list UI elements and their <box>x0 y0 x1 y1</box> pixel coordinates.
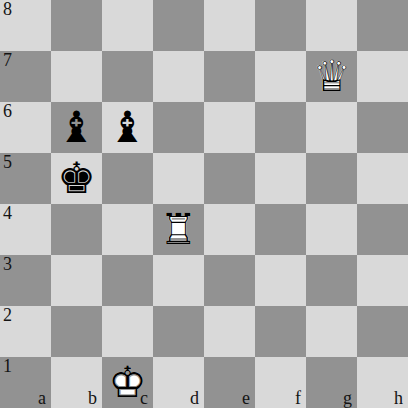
piece-white-king[interactable]: ♚♔ <box>102 357 153 408</box>
square-b5[interactable]: ♚ <box>51 153 102 204</box>
square-d6[interactable] <box>153 102 204 153</box>
square-g6[interactable] <box>306 102 357 153</box>
chess-board: 87♛♕6♝♝5♚4♜♖321ab♚♔cdefgh <box>0 0 408 408</box>
white-queen-outline-glyph: ♕ <box>306 51 357 102</box>
square-b4[interactable] <box>51 204 102 255</box>
piece-white-rook[interactable]: ♜♖ <box>153 204 204 255</box>
square-e2[interactable] <box>204 306 255 357</box>
square-g8[interactable] <box>306 0 357 51</box>
black-bishop-glyph: ♝ <box>51 102 102 153</box>
rank-label-2: 2 <box>3 306 12 326</box>
square-f4[interactable] <box>255 204 306 255</box>
square-d7[interactable] <box>153 51 204 102</box>
square-d8[interactable] <box>153 0 204 51</box>
square-g3[interactable] <box>306 255 357 306</box>
square-e8[interactable] <box>204 0 255 51</box>
square-g1[interactable]: g <box>306 357 357 408</box>
square-d1[interactable]: d <box>153 357 204 408</box>
square-c2[interactable] <box>102 306 153 357</box>
rank-label-3: 3 <box>3 255 12 275</box>
square-b1[interactable]: b <box>51 357 102 408</box>
piece-black-bishop[interactable]: ♝ <box>102 102 153 153</box>
piece-black-bishop[interactable]: ♝ <box>51 102 102 153</box>
square-e7[interactable] <box>204 51 255 102</box>
black-bishop-glyph: ♝ <box>102 102 153 153</box>
square-e1[interactable]: e <box>204 357 255 408</box>
square-c7[interactable] <box>102 51 153 102</box>
square-c8[interactable] <box>102 0 153 51</box>
square-g5[interactable] <box>306 153 357 204</box>
square-g7[interactable]: ♛♕ <box>306 51 357 102</box>
square-h4[interactable] <box>357 204 408 255</box>
square-a2[interactable]: 2 <box>0 306 51 357</box>
file-label-a: a <box>38 389 46 408</box>
square-a1[interactable]: 1a <box>0 357 51 408</box>
rank-label-4: 4 <box>3 204 12 224</box>
square-f1[interactable]: f <box>255 357 306 408</box>
square-f5[interactable] <box>255 153 306 204</box>
square-h1[interactable]: h <box>357 357 408 408</box>
file-label-f: f <box>295 389 301 408</box>
square-b8[interactable] <box>51 0 102 51</box>
square-h7[interactable] <box>357 51 408 102</box>
square-g2[interactable] <box>306 306 357 357</box>
square-h3[interactable] <box>357 255 408 306</box>
square-d5[interactable] <box>153 153 204 204</box>
square-a8[interactable]: 8 <box>0 0 51 51</box>
white-rook-outline-glyph: ♖ <box>153 204 204 255</box>
square-d4[interactable]: ♜♖ <box>153 204 204 255</box>
black-king-glyph: ♚ <box>51 153 102 204</box>
rank-label-7: 7 <box>3 51 12 71</box>
square-e6[interactable] <box>204 102 255 153</box>
white-king-outline-glyph: ♔ <box>102 357 153 408</box>
file-label-h: h <box>394 389 403 408</box>
square-c6[interactable]: ♝ <box>102 102 153 153</box>
square-c3[interactable] <box>102 255 153 306</box>
square-d2[interactable] <box>153 306 204 357</box>
rank-label-6: 6 <box>3 102 12 122</box>
rank-label-5: 5 <box>3 153 12 173</box>
square-h2[interactable] <box>357 306 408 357</box>
file-label-d: d <box>190 389 199 408</box>
rank-label-1: 1 <box>3 357 12 377</box>
square-f6[interactable] <box>255 102 306 153</box>
chess-board-window: 87♛♕6♝♝5♚4♜♖321ab♚♔cdefgh <box>0 0 408 408</box>
square-f7[interactable] <box>255 51 306 102</box>
square-c5[interactable] <box>102 153 153 204</box>
square-c4[interactable] <box>102 204 153 255</box>
square-b3[interactable] <box>51 255 102 306</box>
square-f2[interactable] <box>255 306 306 357</box>
square-f3[interactable] <box>255 255 306 306</box>
square-b6[interactable]: ♝ <box>51 102 102 153</box>
square-a3[interactable]: 3 <box>0 255 51 306</box>
square-e4[interactable] <box>204 204 255 255</box>
piece-white-queen[interactable]: ♛♕ <box>306 51 357 102</box>
file-label-g: g <box>343 389 352 408</box>
file-label-e: e <box>242 389 250 408</box>
rank-label-8: 8 <box>3 0 12 20</box>
square-h6[interactable] <box>357 102 408 153</box>
square-c1[interactable]: ♚♔c <box>102 357 153 408</box>
square-b7[interactable] <box>51 51 102 102</box>
square-a5[interactable]: 5 <box>0 153 51 204</box>
piece-black-king[interactable]: ♚ <box>51 153 102 204</box>
square-g4[interactable] <box>306 204 357 255</box>
square-e3[interactable] <box>204 255 255 306</box>
square-a7[interactable]: 7 <box>0 51 51 102</box>
square-h8[interactable] <box>357 0 408 51</box>
square-e5[interactable] <box>204 153 255 204</box>
square-d3[interactable] <box>153 255 204 306</box>
square-b2[interactable] <box>51 306 102 357</box>
square-a6[interactable]: 6 <box>0 102 51 153</box>
square-a4[interactable]: 4 <box>0 204 51 255</box>
square-h5[interactable] <box>357 153 408 204</box>
square-f8[interactable] <box>255 0 306 51</box>
file-label-b: b <box>88 389 97 408</box>
